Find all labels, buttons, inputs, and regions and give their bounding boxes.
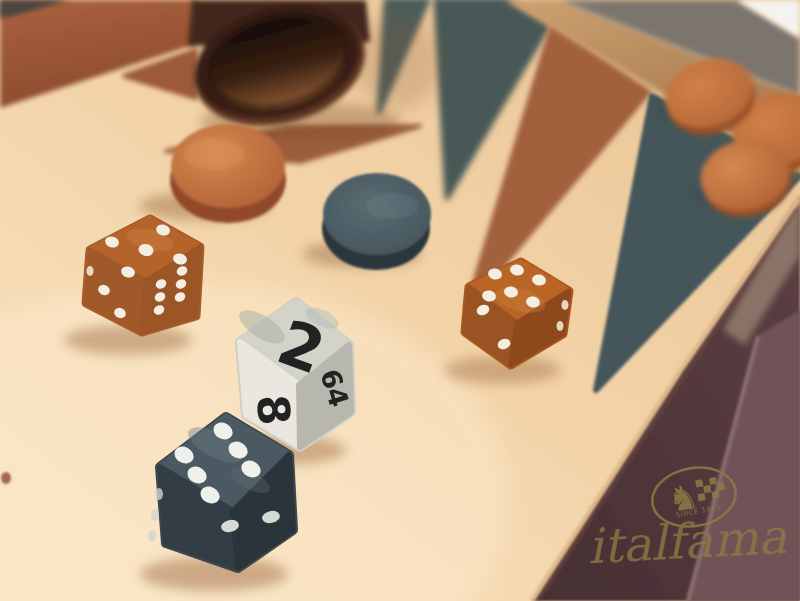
cube-face-left: 8 [247,392,300,427]
leather-speck [1,472,11,484]
backgammon-photo: ♞ SINCE 1975 italfama [0,0,800,601]
slate-checker[interactable] [322,173,431,270]
logo-text: italfama [586,508,788,574]
amber-checker[interactable] [170,124,286,223]
doubling-cube[interactable]: 2 8 64 [234,302,355,447]
